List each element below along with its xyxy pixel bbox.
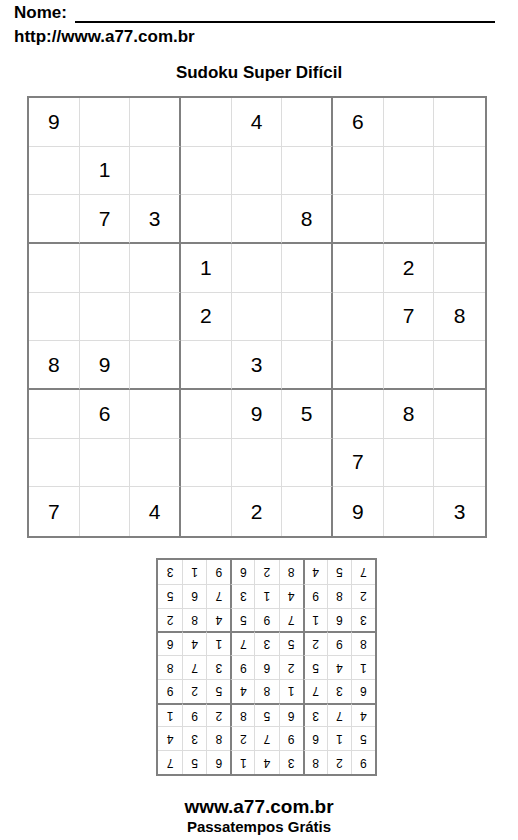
puzzle-cell-r2c8 [384,147,435,196]
solution-cell-r7c2: 6 [327,608,351,632]
solution-cell-r7c7: 4 [206,608,230,632]
solution-cell-r6c1: 8 [351,631,375,655]
solution-cell-r2c6: 2 [230,726,254,750]
puzzle-title: Sudoku Super Difícil [0,63,518,83]
solution-cell-r4c8: 2 [182,679,206,703]
puzzle-cell-r6c5: 3 [232,341,283,390]
solution-cell-r1c6: 1 [230,750,254,774]
puzzle-cell-r3c5 [232,195,283,244]
puzzle-cell-r6c2: 9 [80,341,131,390]
solution-cell-r6c9: 6 [158,631,182,655]
puzzle-cell-r7c9 [434,390,485,439]
puzzle-cell-r6c4 [181,341,232,390]
puzzle-cell-r2c2: 1 [80,147,131,196]
puzzle-cell-r8c2 [80,439,131,488]
puzzle-cell-r8c5 [232,439,283,488]
puzzle-cell-r7c4 [181,390,232,439]
puzzle-cell-r2c3 [130,147,181,196]
puzzle-cell-r5c8: 7 [384,293,435,342]
puzzle-cell-r2c4 [181,147,232,196]
footer-site-text: www.a77.com.br [0,796,518,818]
solution-cell-r2c4: 9 [279,726,303,750]
solution-cell-r5c1: 1 [351,655,375,679]
site-url-text: http://www.a77.com.br [14,27,495,46]
name-fill-line [75,4,495,23]
solution-cell-r6c8: 4 [182,631,206,655]
solution-cell-r9c6: 6 [230,560,254,584]
solution-cell-r3c9: 1 [158,703,182,727]
puzzle-cell-r3c3: 3 [130,195,181,244]
puzzle-cell-r2c5 [232,147,283,196]
solution-cell-r7c5: 9 [254,608,278,632]
page-footer: www.a77.com.br Passatempos Grátis [0,796,518,836]
puzzle-cell-r9c6 [282,487,333,536]
sudoku-puzzle-grid: 9461738122788936958774293 [27,96,487,538]
solution-cell-r5c7: 3 [206,655,230,679]
solution-cell-r9c4: 8 [279,560,303,584]
solution-cell-r3c5: 5 [254,703,278,727]
solution-cell-r7c3: 1 [303,608,327,632]
solution-cell-r7c8: 8 [182,608,206,632]
puzzle-cell-r3c2: 7 [80,195,131,244]
solution-cell-r6c7: 1 [206,631,230,655]
puzzle-cell-r6c1: 8 [29,341,80,390]
puzzle-cell-r5c9: 8 [434,293,485,342]
puzzle-cell-r7c3 [130,390,181,439]
solution-cell-r4c4: 1 [279,679,303,703]
puzzle-cell-r7c7 [333,390,384,439]
solution-cell-r1c9: 7 [158,750,182,774]
solution-cell-r1c5: 4 [254,750,278,774]
solution-cell-r8c3: 9 [303,584,327,608]
solution-cell-r6c6: 7 [230,631,254,655]
puzzle-cell-r8c4 [181,439,232,488]
puzzle-cell-r7c8: 8 [384,390,435,439]
puzzle-cell-r1c1: 9 [29,98,80,147]
puzzle-cell-r1c4 [181,98,232,147]
solution-cell-r4c3: 7 [303,679,327,703]
puzzle-cell-r6c3 [130,341,181,390]
solution-cell-r3c6: 8 [230,703,254,727]
solution-cell-r8c9: 5 [158,584,182,608]
puzzle-cell-r1c6 [282,98,333,147]
puzzle-cell-r2c1 [29,147,80,196]
puzzle-cell-r4c6 [282,244,333,293]
puzzle-cell-r1c9 [434,98,485,147]
solution-cell-r4c1: 6 [351,679,375,703]
solution-cell-r2c7: 8 [206,726,230,750]
puzzle-cell-r2c7 [333,147,384,196]
solution-cell-r9c7: 9 [206,560,230,584]
puzzle-cell-r3c7 [333,195,384,244]
solution-cell-r3c3: 3 [303,703,327,727]
puzzle-cell-r4c9 [434,244,485,293]
puzzle-cell-r9c9: 3 [434,487,485,536]
puzzle-cell-r3c9 [434,195,485,244]
solution-cell-r3c2: 7 [327,703,351,727]
puzzle-cell-r8c7: 7 [333,439,384,488]
solution-cell-r1c8: 5 [182,750,206,774]
solution-cell-r1c1: 9 [351,750,375,774]
solution-cell-r9c9: 3 [158,560,182,584]
name-row: Nome: [14,3,495,23]
solution-cell-r6c3: 2 [303,631,327,655]
solution-cell-r8c6: 3 [230,584,254,608]
solution-cell-r2c2: 1 [327,726,351,750]
solution-cell-r3c4: 6 [279,703,303,727]
puzzle-cell-r9c8 [384,487,435,536]
puzzle-cell-r5c6 [282,293,333,342]
puzzle-cell-r1c2 [80,98,131,147]
solution-cell-r6c2: 9 [327,631,351,655]
puzzle-cell-r7c1 [29,390,80,439]
solution-cell-r6c4: 5 [279,631,303,655]
solution-cell-r5c4: 2 [279,655,303,679]
puzzle-cell-r9c2 [80,487,131,536]
puzzle-cell-r7c5: 9 [232,390,283,439]
puzzle-cell-r5c3 [130,293,181,342]
page-header: Nome: http://www.a77.com.br [14,3,495,46]
printable-sudoku-page: Nome: http://www.a77.com.br Sudoku Super… [0,0,518,840]
solution-cell-r9c3: 4 [303,560,327,584]
solution-cell-r9c1: 7 [351,560,375,584]
puzzle-cell-r9c1: 7 [29,487,80,536]
puzzle-cell-r7c6: 5 [282,390,333,439]
puzzle-cell-r4c3 [130,244,181,293]
solution-cell-r4c6: 4 [230,679,254,703]
puzzle-cell-r5c4: 2 [181,293,232,342]
solution-cell-r1c7: 6 [206,750,230,774]
puzzle-cell-r6c6 [282,341,333,390]
solution-cell-r2c5: 7 [254,726,278,750]
puzzle-cell-r5c2 [80,293,131,342]
solution-cell-r4c5: 8 [254,679,278,703]
solution-cell-r2c8: 3 [182,726,206,750]
puzzle-cell-r2c9 [434,147,485,196]
solution-cell-r2c9: 4 [158,726,182,750]
puzzle-cell-r4c2 [80,244,131,293]
puzzle-cell-r9c3: 4 [130,487,181,536]
name-label: Nome: [14,3,67,23]
solution-cell-r4c9: 9 [158,679,182,703]
puzzle-cell-r6c9 [434,341,485,390]
puzzle-cell-r6c7 [333,341,384,390]
solution-cell-r8c7: 7 [206,584,230,608]
solution-cell-r6c5: 3 [254,631,278,655]
puzzle-cell-r4c1 [29,244,80,293]
sudoku-solution-grid-upside-down: 9283416575169728344736582916371845291452… [156,558,377,776]
footer-tagline: Passatempos Grátis [0,818,518,836]
puzzle-cell-r9c5: 2 [232,487,283,536]
puzzle-cell-r9c4 [181,487,232,536]
puzzle-cell-r9c7: 9 [333,487,384,536]
solution-cell-r5c5: 6 [254,655,278,679]
puzzle-cell-r3c4 [181,195,232,244]
solution-cell-r5c3: 5 [303,655,327,679]
solution-cell-r7c9: 2 [158,608,182,632]
solution-cell-r8c8: 6 [182,584,206,608]
puzzle-cell-r6c8 [384,341,435,390]
solution-cell-r4c7: 5 [206,679,230,703]
puzzle-cell-r4c4: 1 [181,244,232,293]
puzzle-cell-r3c8 [384,195,435,244]
solution-cell-r7c4: 7 [279,608,303,632]
solution-cell-r5c2: 4 [327,655,351,679]
solution-cell-r8c1: 2 [351,584,375,608]
solution-cell-r3c8: 9 [182,703,206,727]
puzzle-cell-r4c7 [333,244,384,293]
puzzle-cell-r7c2: 6 [80,390,131,439]
solution-cell-r3c1: 4 [351,703,375,727]
solution-cell-r3c7: 2 [206,703,230,727]
solution-cell-r8c4: 4 [279,584,303,608]
solution-cell-r5c8: 7 [182,655,206,679]
puzzle-cell-r4c5 [232,244,283,293]
solution-cell-r8c5: 1 [254,584,278,608]
puzzle-cell-r1c8 [384,98,435,147]
solution-cell-r1c3: 8 [303,750,327,774]
solution-cell-r1c4: 3 [279,750,303,774]
puzzle-cell-r3c6: 8 [282,195,333,244]
puzzle-cell-r5c1 [29,293,80,342]
solution-cell-r5c6: 9 [230,655,254,679]
puzzle-cell-r8c9 [434,439,485,488]
puzzle-cell-r5c7 [333,293,384,342]
solution-cell-r1c2: 2 [327,750,351,774]
solution-cell-r7c1: 3 [351,608,375,632]
solution-cell-r9c5: 2 [254,560,278,584]
puzzle-cell-r1c7: 6 [333,98,384,147]
puzzle-cell-r1c5: 4 [232,98,283,147]
solution-cell-r4c2: 3 [327,679,351,703]
puzzle-cell-r8c8 [384,439,435,488]
solution-cell-r9c2: 5 [327,560,351,584]
puzzle-cell-r3c1 [29,195,80,244]
puzzle-cell-r5c5 [232,293,283,342]
puzzle-cell-r8c6 [282,439,333,488]
puzzle-cell-r2c6 [282,147,333,196]
puzzle-cell-r1c3 [130,98,181,147]
solution-cell-r9c8: 1 [182,560,206,584]
puzzle-cell-r8c1 [29,439,80,488]
puzzle-cell-r4c8: 2 [384,244,435,293]
solution-cell-r2c3: 6 [303,726,327,750]
solution-cell-r8c2: 8 [327,584,351,608]
solution-cell-r5c9: 8 [158,655,182,679]
solution-cell-r7c6: 5 [230,608,254,632]
puzzle-cell-r8c3 [130,439,181,488]
solution-cell-r2c1: 5 [351,726,375,750]
